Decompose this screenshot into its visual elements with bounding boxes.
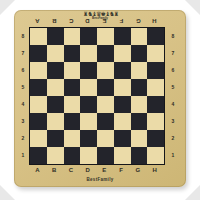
- file-label-bottom-f: F: [113, 166, 130, 175]
- square-d4: [80, 96, 97, 113]
- square-e1: [97, 147, 114, 164]
- rank-labels-left: 87654321: [19, 27, 27, 163]
- square-a6: [30, 62, 47, 79]
- square-d7: [80, 45, 97, 62]
- rank-label-left-1: 1: [19, 146, 27, 163]
- square-h3: [147, 113, 164, 130]
- rank-label-left-4: 4: [19, 95, 27, 112]
- square-g5: [131, 79, 148, 96]
- square-f7: [114, 45, 131, 62]
- square-f3: [114, 113, 131, 130]
- rank-label-left-5: 5: [19, 78, 27, 95]
- square-a1: [30, 147, 47, 164]
- square-c6: [64, 62, 81, 79]
- square-e4: [97, 96, 114, 113]
- square-h1: [147, 147, 164, 164]
- square-h5: [147, 79, 164, 96]
- square-b8: [47, 28, 64, 45]
- square-e5: [97, 79, 114, 96]
- file-label-bottom-e: E: [96, 166, 113, 175]
- square-h6: [147, 62, 164, 79]
- rank-label-left-7: 7: [19, 44, 27, 61]
- square-g1: [131, 147, 148, 164]
- file-label-top-c: C: [63, 16, 80, 25]
- square-b3: [47, 113, 64, 130]
- file-label-bottom-b: B: [46, 166, 63, 175]
- square-a8: [30, 28, 47, 45]
- file-label-bottom-h: H: [146, 166, 163, 175]
- file-labels-bottom: ABCDEFGH: [29, 166, 163, 175]
- square-f1: [114, 147, 131, 164]
- square-d3: [80, 113, 97, 130]
- square-f5: [114, 79, 131, 96]
- square-d1: [80, 147, 97, 164]
- square-c3: [64, 113, 81, 130]
- square-e7: [97, 45, 114, 62]
- file-label-top-e: E: [96, 16, 113, 25]
- rank-label-right-4: 4: [169, 95, 177, 112]
- square-b2: [47, 130, 64, 147]
- square-g7: [131, 45, 148, 62]
- square-b1: [47, 147, 64, 164]
- file-label-top-f: F: [113, 16, 130, 25]
- square-f6: [114, 62, 131, 79]
- square-a4: [30, 96, 47, 113]
- photo-corner-bottom-right: [185, 185, 200, 200]
- file-labels-top: ABCDEFGH: [29, 16, 163, 25]
- square-f2: [114, 130, 131, 147]
- file-label-bottom-a: A: [29, 166, 46, 175]
- file-label-bottom-d: D: [79, 166, 96, 175]
- square-c2: [64, 130, 81, 147]
- square-e2: [97, 130, 114, 147]
- rank-label-left-6: 6: [19, 61, 27, 78]
- square-b4: [47, 96, 64, 113]
- photo-corner-top-right: [185, 0, 200, 15]
- file-label-top-d: D: [79, 16, 96, 25]
- rank-label-right-8: 8: [169, 27, 177, 44]
- file-label-bottom-g: G: [130, 166, 147, 175]
- square-c7: [64, 45, 81, 62]
- square-g2: [131, 130, 148, 147]
- square-g4: [131, 96, 148, 113]
- rank-label-left-8: 8: [19, 27, 27, 44]
- square-d6: [80, 62, 97, 79]
- square-c8: [64, 28, 81, 45]
- rank-label-right-1: 1: [169, 146, 177, 163]
- square-g8: [131, 28, 148, 45]
- square-h2: [147, 130, 164, 147]
- square-a3: [30, 113, 47, 130]
- rank-label-right-2: 2: [169, 129, 177, 146]
- square-c1: [64, 147, 81, 164]
- file-label-bottom-c: C: [63, 166, 80, 175]
- square-h4: [147, 96, 164, 113]
- square-e8: [97, 28, 114, 45]
- square-b7: [47, 45, 64, 62]
- rank-label-right-7: 7: [169, 44, 177, 61]
- rank-label-right-3: 3: [169, 112, 177, 129]
- square-f4: [114, 96, 131, 113]
- square-h8: [147, 28, 164, 45]
- rank-label-left-2: 2: [19, 129, 27, 146]
- file-label-top-a: A: [29, 16, 46, 25]
- file-label-top-h: H: [146, 16, 163, 25]
- rank-label-right-6: 6: [169, 61, 177, 78]
- chess-board: ♜♞♝♛♚♝♞♜ BestFamily ABCDEFGH 87654321 87…: [14, 10, 186, 187]
- file-label-top-b: B: [46, 16, 63, 25]
- product-photo[interactable]: ♜♞♝♛♚♝♞♜ BestFamily ABCDEFGH 87654321 87…: [0, 0, 200, 200]
- photo-corner-bottom-left: [0, 185, 15, 200]
- square-d2: [80, 130, 97, 147]
- square-a2: [30, 130, 47, 147]
- square-g6: [131, 62, 148, 79]
- rank-label-right-5: 5: [169, 78, 177, 95]
- square-b5: [47, 79, 64, 96]
- square-f8: [114, 28, 131, 45]
- square-c5: [64, 79, 81, 96]
- square-h7: [147, 45, 164, 62]
- board-grid: [29, 27, 165, 165]
- rank-label-left-3: 3: [19, 112, 27, 129]
- file-label-top-g: G: [130, 16, 147, 25]
- square-g3: [131, 113, 148, 130]
- square-c4: [64, 96, 81, 113]
- square-b6: [47, 62, 64, 79]
- square-a5: [30, 79, 47, 96]
- square-d8: [80, 28, 97, 45]
- rank-labels-right: 87654321: [169, 27, 177, 163]
- photo-corner-top-left: [0, 0, 15, 15]
- square-e6: [97, 62, 114, 79]
- square-e3: [97, 113, 114, 130]
- square-a7: [30, 45, 47, 62]
- brand-name-bottom: BestFamily: [86, 177, 113, 182]
- square-d5: [80, 79, 97, 96]
